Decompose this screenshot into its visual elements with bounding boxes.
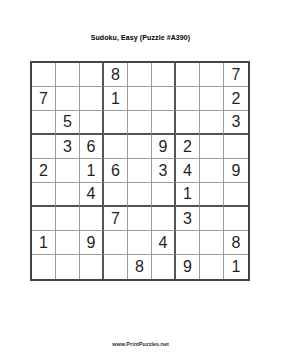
sudoku-cell [32, 183, 56, 207]
sudoku-cell: 9 [152, 135, 176, 159]
sudoku-cell [152, 183, 176, 207]
sudoku-cell [152, 207, 176, 231]
sudoku-cell: 7 [224, 63, 248, 87]
sudoku-cell [200, 63, 224, 87]
sudoku-cell: 5 [56, 111, 80, 135]
sudoku-cell: 2 [224, 87, 248, 111]
sudoku-cell: 6 [80, 135, 104, 159]
sudoku-cell [32, 63, 56, 87]
sudoku-cell [200, 159, 224, 183]
sudoku-cell [56, 159, 80, 183]
sudoku-cell: 9 [176, 255, 200, 279]
sudoku-cell [200, 207, 224, 231]
page-title: Sudoku, Easy (Puzzle #A390) [0, 33, 281, 43]
sudoku-cell [200, 135, 224, 159]
sudoku-cell: 1 [80, 159, 104, 183]
sudoku-cell: 8 [104, 63, 128, 87]
sudoku-cell [152, 63, 176, 87]
sudoku-cell: 6 [104, 159, 128, 183]
sudoku-cell [32, 207, 56, 231]
sudoku-cell [224, 183, 248, 207]
sudoku-cell: 7 [104, 207, 128, 231]
sudoku-cell [128, 231, 152, 255]
sudoku-cell: 4 [152, 231, 176, 255]
sudoku-cell [80, 87, 104, 111]
sudoku-cell: 4 [176, 159, 200, 183]
sudoku-cell [200, 87, 224, 111]
sudoku-cell: 1 [224, 255, 248, 279]
sudoku-cell [200, 231, 224, 255]
sudoku-cell: 9 [224, 159, 248, 183]
sudoku-cell [176, 63, 200, 87]
sudoku-cell: 3 [152, 159, 176, 183]
sudoku-cell: 4 [80, 183, 104, 207]
sudoku-cell: 1 [176, 183, 200, 207]
sudoku-cell: 9 [80, 231, 104, 255]
sudoku-cell [128, 159, 152, 183]
sudoku-cell [152, 111, 176, 135]
sudoku-cell [152, 87, 176, 111]
sudoku-cell: 2 [32, 159, 56, 183]
sudoku-cell: 3 [56, 135, 80, 159]
sudoku-cell [176, 87, 200, 111]
sudoku-cell: 7 [32, 87, 56, 111]
sudoku-cell: 1 [104, 87, 128, 111]
sudoku-cell [104, 255, 128, 279]
sudoku-cell [128, 63, 152, 87]
sudoku-cell [104, 183, 128, 207]
sudoku-board: 8771253369221634941731948891 [30, 61, 250, 281]
sudoku-cell [56, 231, 80, 255]
sudoku-cell [80, 255, 104, 279]
sudoku-cell [80, 63, 104, 87]
sudoku-cell [56, 207, 80, 231]
sudoku-cell [32, 255, 56, 279]
puzzle-page: Sudoku, Easy (Puzzle #A390) 877125336922… [0, 0, 281, 363]
sudoku-cell [56, 255, 80, 279]
sudoku-cell: 8 [128, 255, 152, 279]
sudoku-cell [80, 111, 104, 135]
sudoku-cell [176, 231, 200, 255]
sudoku-cell [56, 87, 80, 111]
sudoku-cell [152, 255, 176, 279]
sudoku-cell [200, 183, 224, 207]
sudoku-cell [104, 111, 128, 135]
sudoku-cell [224, 207, 248, 231]
footer-url: www.PrintPuzzles.net [0, 341, 281, 347]
sudoku-cell [56, 183, 80, 207]
sudoku-cell [128, 207, 152, 231]
sudoku-cell: 3 [176, 207, 200, 231]
sudoku-cell [104, 135, 128, 159]
sudoku-cell [128, 87, 152, 111]
sudoku-cell [224, 135, 248, 159]
sudoku-cell [32, 135, 56, 159]
sudoku-cell: 1 [32, 231, 56, 255]
sudoku-cell [104, 231, 128, 255]
sudoku-cell: 2 [176, 135, 200, 159]
sudoku-cell [200, 111, 224, 135]
sudoku-cell [128, 135, 152, 159]
sudoku-cell [176, 111, 200, 135]
sudoku-cell [128, 111, 152, 135]
sudoku-cell: 8 [224, 231, 248, 255]
sudoku-cell [56, 63, 80, 87]
sudoku-cell [32, 111, 56, 135]
sudoku-cell [200, 255, 224, 279]
sudoku-cell [80, 207, 104, 231]
sudoku-cell: 3 [224, 111, 248, 135]
sudoku-cell [128, 183, 152, 207]
